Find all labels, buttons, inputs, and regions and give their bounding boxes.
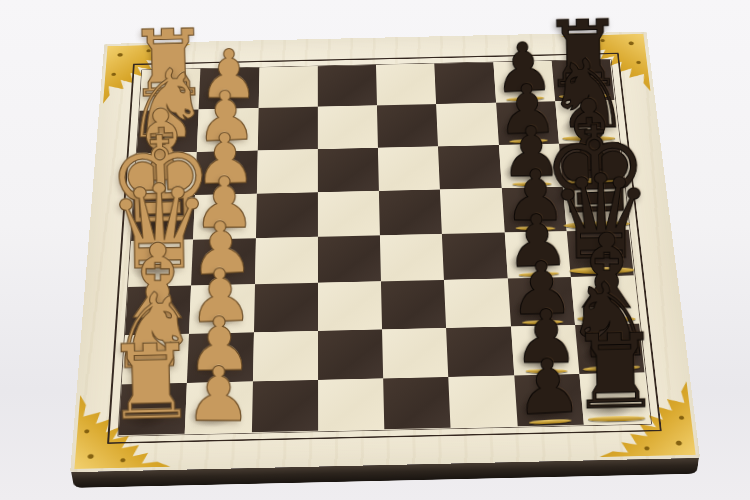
piece-contact-shadow — [564, 290, 635, 323]
piece-contact-shadow — [495, 200, 563, 231]
square-b1[interactable]: ♞ — [122, 333, 189, 384]
square-e7[interactable]: ♟ — [501, 187, 566, 233]
piece-black-bishop-f8[interactable]: ♝ — [544, 85, 637, 188]
square-a6[interactable] — [448, 375, 517, 427]
piece-black-bishop-c8[interactable]: ♝ — [561, 220, 654, 324]
piece-contact-shadow — [498, 245, 567, 277]
square-h8[interactable]: ♜ — [551, 60, 614, 102]
square-d8[interactable]: ♛ — [567, 230, 634, 277]
piece-contact-shadow — [545, 72, 610, 100]
piece-contact-shadow — [182, 299, 251, 332]
square-e5[interactable] — [379, 189, 442, 235]
square-f3[interactable] — [256, 149, 317, 194]
piece-contact-shadow — [549, 113, 615, 142]
piece-contact-shadow — [560, 243, 630, 275]
piece-contact-shadow — [127, 165, 193, 195]
square-d2[interactable]: ♟ — [191, 238, 255, 286]
piece-contact-shadow — [184, 252, 252, 284]
perspective-wrapper: ♜♟♟♜♞♟♟♞♝♟♟♝♚♟♟♚♛♟♟♛♝♟♟♝♞♟♟♞♜♟♟♜ — [0, 0, 750, 500]
piece-black-pawn-d7[interactable]: ♟ — [504, 204, 571, 278]
square-e8[interactable]: ♚ — [563, 185, 629, 231]
square-h2[interactable]: ♟ — [199, 68, 259, 110]
piece-white-pawn-a2[interactable]: ♟ — [185, 357, 253, 433]
piece-black-king-e8[interactable]: ♚ — [541, 110, 651, 232]
square-c7[interactable]: ♟ — [507, 277, 574, 326]
piece-black-pawn-h7[interactable]: ♟ — [492, 33, 556, 103]
square-e6[interactable] — [440, 188, 504, 234]
square-d6[interactable] — [442, 233, 507, 280]
piece-contact-shadow — [177, 396, 248, 431]
board-edge — [71, 458, 699, 488]
square-c3[interactable] — [254, 283, 318, 332]
piece-white-queen-d1[interactable]: ♛ — [106, 169, 212, 287]
square-f6[interactable] — [438, 145, 501, 190]
piece-contact-shadow — [186, 207, 253, 238]
square-a8[interactable]: ♜ — [579, 372, 650, 424]
square-h5[interactable] — [376, 64, 436, 106]
studio-backdrop: ♜♟♟♜♞♟♟♞♝♟♟♝♚♟♟♚♛♟♟♛♝♟♟♝♞♟♟♞♜♟♟♜ — [0, 0, 750, 500]
square-c8[interactable]: ♝ — [571, 276, 639, 325]
camera-tilt-wrapper: ♜♟♟♜♞♟♟♞♝♟♟♝♚♟♟♚♛♟♟♛♝♟♟♝♞♟♟♞♜♟♟♜ — [0, 0, 750, 500]
gold-corner-ornament-bottom-left — [74, 393, 173, 469]
piece-contact-shadow — [492, 156, 559, 186]
square-g7[interactable]: ♟ — [496, 102, 559, 145]
piece-contact-shadow — [121, 253, 189, 285]
square-f7[interactable]: ♟ — [498, 143, 562, 188]
gold-corner-ornament-top-left — [103, 44, 190, 103]
square-g4[interactable] — [318, 106, 378, 149]
piece-contact-shadow — [132, 81, 196, 109]
piece-black-pawn-g7[interactable]: ♟ — [496, 74, 559, 144]
square-c6[interactable] — [444, 279, 510, 328]
piece-black-knight-b8[interactable]: ♞ — [561, 268, 658, 375]
square-h6[interactable] — [435, 62, 496, 104]
piece-white-pawn-e2[interactable]: ♟ — [193, 168, 256, 239]
square-a7[interactable]: ♟ — [514, 374, 584, 426]
square-f4[interactable] — [318, 147, 379, 192]
square-g6[interactable] — [436, 103, 498, 146]
piece-contact-shadow — [487, 73, 552, 101]
square-g5[interactable] — [377, 104, 438, 147]
square-g3[interactable] — [257, 107, 317, 150]
piece-contact-shadow — [504, 339, 575, 373]
square-f1[interactable]: ♝ — [134, 152, 197, 197]
piece-white-knight-g1[interactable]: ♞ — [124, 56, 210, 151]
piece-black-rook-h8[interactable]: ♜ — [541, 8, 625, 102]
square-f8[interactable]: ♝ — [559, 142, 624, 187]
square-a1[interactable]: ♜ — [119, 383, 188, 435]
piece-contact-shadow — [192, 80, 255, 108]
square-h1[interactable]: ♜ — [140, 69, 201, 111]
square-h4[interactable] — [318, 65, 377, 107]
square-h7[interactable]: ♟ — [493, 61, 555, 103]
piece-white-pawn-b2[interactable]: ♟ — [186, 307, 253, 382]
square-g2[interactable]: ♟ — [197, 108, 258, 151]
square-b2[interactable]: ♟ — [187, 332, 253, 383]
square-a4[interactable] — [318, 378, 384, 430]
chess-board: ♜♟♟♜♞♟♟♞♝♟♟♝♚♟♟♚♛♟♟♛♝♟♟♝♞♟♟♞♜♟♟♜ — [70, 32, 700, 473]
piece-white-rook-a1[interactable]: ♜ — [103, 330, 197, 435]
piece-contact-shadow — [188, 163, 254, 193]
piece-black-queen-d8[interactable]: ♛ — [548, 159, 654, 277]
square-c1[interactable]: ♝ — [125, 286, 191, 335]
piece-contact-shadow — [507, 389, 580, 424]
piece-white-bishop-f1[interactable]: ♝ — [116, 94, 209, 197]
piece-white-pawn-d2[interactable]: ♟ — [187, 211, 255, 286]
square-f5[interactable] — [378, 146, 440, 191]
piece-black-pawn-f7[interactable]: ♟ — [500, 117, 563, 187]
piece-contact-shadow — [111, 398, 183, 433]
square-c2[interactable]: ♟ — [189, 284, 254, 333]
square-d5[interactable] — [380, 234, 444, 282]
border-pinstripe-inner — [117, 59, 652, 437]
square-b7[interactable]: ♟ — [511, 325, 580, 376]
square-b5[interactable] — [382, 328, 448, 379]
square-d7[interactable]: ♟ — [504, 231, 570, 278]
piece-black-pawn-b7[interactable]: ♟ — [513, 300, 579, 374]
piece-black-knight-g8[interactable]: ♞ — [546, 47, 632, 142]
square-a2[interactable]: ♟ — [185, 381, 253, 433]
square-e4[interactable] — [318, 191, 380, 237]
gold-corner-ornament-top-right — [561, 34, 651, 93]
square-d3[interactable] — [255, 237, 318, 285]
square-b4[interactable] — [318, 329, 383, 380]
square-e1[interactable]: ♚ — [131, 195, 195, 241]
piece-contact-shadow — [117, 300, 186, 333]
square-b6[interactable] — [446, 326, 514, 377]
piece-white-king-e1[interactable]: ♚ — [105, 120, 215, 242]
piece-contact-shadow — [124, 208, 191, 239]
piece-white-pawn-h2[interactable]: ♟ — [198, 41, 259, 108]
piece-contact-shadow — [179, 347, 249, 381]
piece-black-pawn-e7[interactable]: ♟ — [504, 161, 567, 232]
piece-white-rook-h1[interactable]: ♜ — [126, 17, 210, 111]
piece-contact-shadow — [114, 348, 185, 382]
piece-contact-shadow — [501, 291, 571, 324]
square-f2[interactable]: ♟ — [195, 150, 257, 195]
gold-corner-ornament-bottom-right — [593, 381, 696, 457]
square-h3[interactable] — [258, 66, 317, 108]
square-d1[interactable]: ♛ — [128, 240, 193, 288]
piece-black-rook-a8[interactable]: ♜ — [568, 319, 662, 424]
board-grid: ♜♟♟♜♞♟♟♞♝♟♟♝♚♟♟♚♛♟♟♛♝♟♟♝♞♟♟♞♜♟♟♜ — [119, 60, 651, 436]
piece-white-knight-b1[interactable]: ♞ — [104, 278, 201, 385]
piece-white-pawn-f2[interactable]: ♟ — [193, 124, 257, 195]
square-g1[interactable]: ♞ — [137, 110, 199, 153]
piece-black-pawn-c7[interactable]: ♟ — [508, 251, 575, 325]
piece-contact-shadow — [553, 155, 620, 185]
square-a3[interactable] — [251, 380, 317, 432]
piece-white-pawn-g2[interactable]: ♟ — [194, 81, 258, 152]
square-e2[interactable]: ♟ — [193, 194, 256, 240]
piece-contact-shadow — [489, 114, 555, 143]
square-c4[interactable] — [318, 281, 382, 330]
piece-contact-shadow — [190, 121, 254, 150]
piece-contact-shadow — [556, 198, 624, 229]
piece-contact-shadow — [130, 122, 195, 151]
square-c5[interactable] — [381, 280, 446, 329]
piece-contact-shadow — [568, 338, 640, 372]
piece-contact-shadow — [573, 388, 646, 423]
square-e3[interactable] — [255, 192, 317, 238]
square-d4[interactable] — [318, 235, 381, 283]
square-b3[interactable] — [252, 331, 317, 382]
square-b8[interactable]: ♞ — [575, 323, 645, 374]
piece-white-bishop-c1[interactable]: ♝ — [111, 230, 204, 334]
square-g8[interactable]: ♞ — [555, 100, 619, 143]
square-a5[interactable] — [383, 377, 451, 429]
piece-white-pawn-c2[interactable]: ♟ — [187, 258, 254, 333]
piece-black-pawn-a7[interactable]: ♟ — [513, 348, 584, 426]
border-pinstripe-outer — [107, 53, 662, 444]
